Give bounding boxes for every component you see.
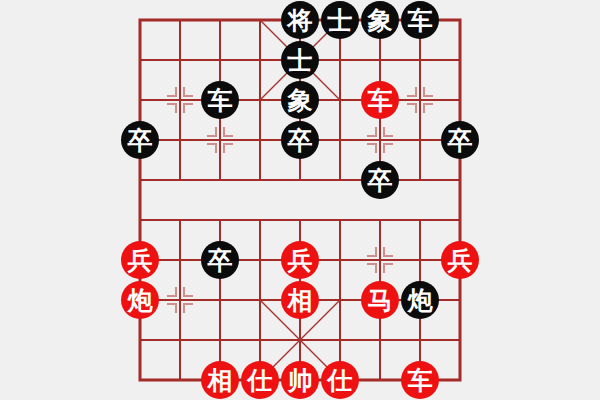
piece-red-soldier[interactable]: 兵 [441,241,479,279]
intersection[interactable] [160,360,200,400]
intersection[interactable] [440,0,480,40]
intersection[interactable]: 将 [280,0,320,40]
intersection[interactable] [400,240,440,280]
intersection[interactable] [440,200,480,240]
intersection[interactable] [200,120,240,160]
intersection[interactable] [160,0,200,40]
intersection[interactable] [320,200,360,240]
intersection[interactable]: 兵 [440,240,480,280]
intersection[interactable] [240,200,280,240]
intersection[interactable] [120,40,160,80]
intersection[interactable] [160,80,200,120]
intersection[interactable] [320,320,360,360]
intersection[interactable] [160,120,200,160]
piece-black-soldier[interactable]: 卒 [281,121,319,159]
intersection[interactable] [440,160,480,200]
intersection[interactable]: 士 [320,0,360,40]
intersection[interactable]: 仕 [240,360,280,400]
intersection[interactable]: 仕 [320,360,360,400]
piece-red-general[interactable]: 帅 [281,361,319,399]
intersection[interactable] [200,0,240,40]
intersection[interactable] [320,80,360,120]
piece-black-chariot[interactable]: 车 [201,81,239,119]
intersection[interactable] [320,120,360,160]
intersection[interactable] [160,40,200,80]
intersection[interactable] [240,80,280,120]
intersection[interactable] [120,80,160,120]
intersection[interactable]: 象 [280,80,320,120]
intersection[interactable] [280,320,320,360]
intersection[interactable] [200,160,240,200]
intersection[interactable]: 车 [360,80,400,120]
piece-red-advisor[interactable]: 仕 [321,361,359,399]
intersection[interactable]: 卒 [440,120,480,160]
piece-black-elephant[interactable]: 象 [281,81,319,119]
piece-red-chariot[interactable]: 车 [361,81,399,119]
piece-red-cannon[interactable]: 炮 [121,281,159,319]
xiangqi-app: 将士象车士车象车卒卒卒卒兵卒兵兵炮相马炮相仕帅仕车 [0,0,600,400]
intersection[interactable] [160,320,200,360]
intersection[interactable] [240,160,280,200]
intersection[interactable] [400,320,440,360]
intersection[interactable] [320,160,360,200]
intersection[interactable] [400,80,440,120]
piece-red-advisor[interactable]: 仕 [241,361,279,399]
intersection[interactable] [280,200,320,240]
intersection[interactable] [200,200,240,240]
piece-black-elephant[interactable]: 象 [361,1,399,39]
intersection[interactable] [400,200,440,240]
intersection[interactable] [400,160,440,200]
intersection[interactable] [360,200,400,240]
intersection[interactable] [440,80,480,120]
intersection[interactable] [360,120,400,160]
intersection[interactable] [120,160,160,200]
intersection[interactable] [120,200,160,240]
intersection[interactable]: 炮 [400,280,440,320]
piece-red-elephant[interactable]: 相 [201,361,239,399]
intersection[interactable] [440,40,480,80]
intersection[interactable] [240,280,280,320]
piece-red-soldier[interactable]: 兵 [281,241,319,279]
xiangqi-board: 将士象车士车象车卒卒卒卒兵卒兵兵炮相马炮相仕帅仕车 [120,0,480,400]
piece-black-general[interactable]: 将 [281,1,319,39]
intersection[interactable]: 卒 [280,120,320,160]
intersection[interactable] [160,160,200,200]
intersection[interactable] [320,40,360,80]
piece-black-advisor[interactable]: 士 [321,1,359,39]
intersection[interactable] [200,40,240,80]
intersection[interactable]: 兵 [280,240,320,280]
intersection[interactable]: 兵 [120,240,160,280]
intersection[interactable] [320,240,360,280]
intersection[interactable] [360,320,400,360]
intersection[interactable]: 卒 [120,120,160,160]
piece-red-soldier[interactable]: 兵 [121,241,159,279]
intersection[interactable]: 卒 [360,160,400,200]
intersection[interactable]: 车 [400,360,440,400]
intersection[interactable] [360,360,400,400]
intersection[interactable] [360,240,400,280]
piece-black-soldier[interactable]: 卒 [201,241,239,279]
intersection[interactable]: 士 [280,40,320,80]
intersection[interactable] [400,40,440,80]
piece-red-elephant[interactable]: 相 [281,281,319,319]
intersection[interactable] [120,320,160,360]
intersection[interactable] [360,40,400,80]
piece-black-chariot[interactable]: 车 [401,1,439,39]
intersection[interactable]: 相 [200,360,240,400]
intersection[interactable] [240,320,280,360]
intersection[interactable] [160,280,200,320]
intersection[interactable] [240,0,280,40]
piece-black-cannon[interactable]: 炮 [401,281,439,319]
intersection[interactable]: 帅 [280,360,320,400]
intersection[interactable]: 车 [200,80,240,120]
intersection[interactable] [440,320,480,360]
intersection[interactable]: 车 [400,0,440,40]
intersection[interactable]: 炮 [120,280,160,320]
piece-red-chariot[interactable]: 车 [401,361,439,399]
intersection[interactable] [120,0,160,40]
intersection[interactable] [120,360,160,400]
intersection[interactable] [200,280,240,320]
piece-black-soldier[interactable]: 卒 [361,161,399,199]
intersection[interactable] [440,280,480,320]
intersection[interactable]: 卒 [200,240,240,280]
intersection[interactable] [240,120,280,160]
piece-black-advisor[interactable]: 士 [281,41,319,79]
intersection[interactable] [200,320,240,360]
intersection[interactable] [240,240,280,280]
intersection[interactable]: 象 [360,0,400,40]
intersection[interactable]: 马 [360,280,400,320]
intersection[interactable] [320,280,360,320]
intersection[interactable] [240,40,280,80]
intersection[interactable] [280,160,320,200]
piece-red-horse[interactable]: 马 [361,281,399,319]
intersection[interactable]: 相 [280,280,320,320]
intersection[interactable] [400,120,440,160]
piece-black-soldier[interactable]: 卒 [441,121,479,159]
piece-black-soldier[interactable]: 卒 [121,121,159,159]
intersection[interactable] [160,200,200,240]
intersection[interactable] [160,240,200,280]
intersection[interactable] [440,360,480,400]
